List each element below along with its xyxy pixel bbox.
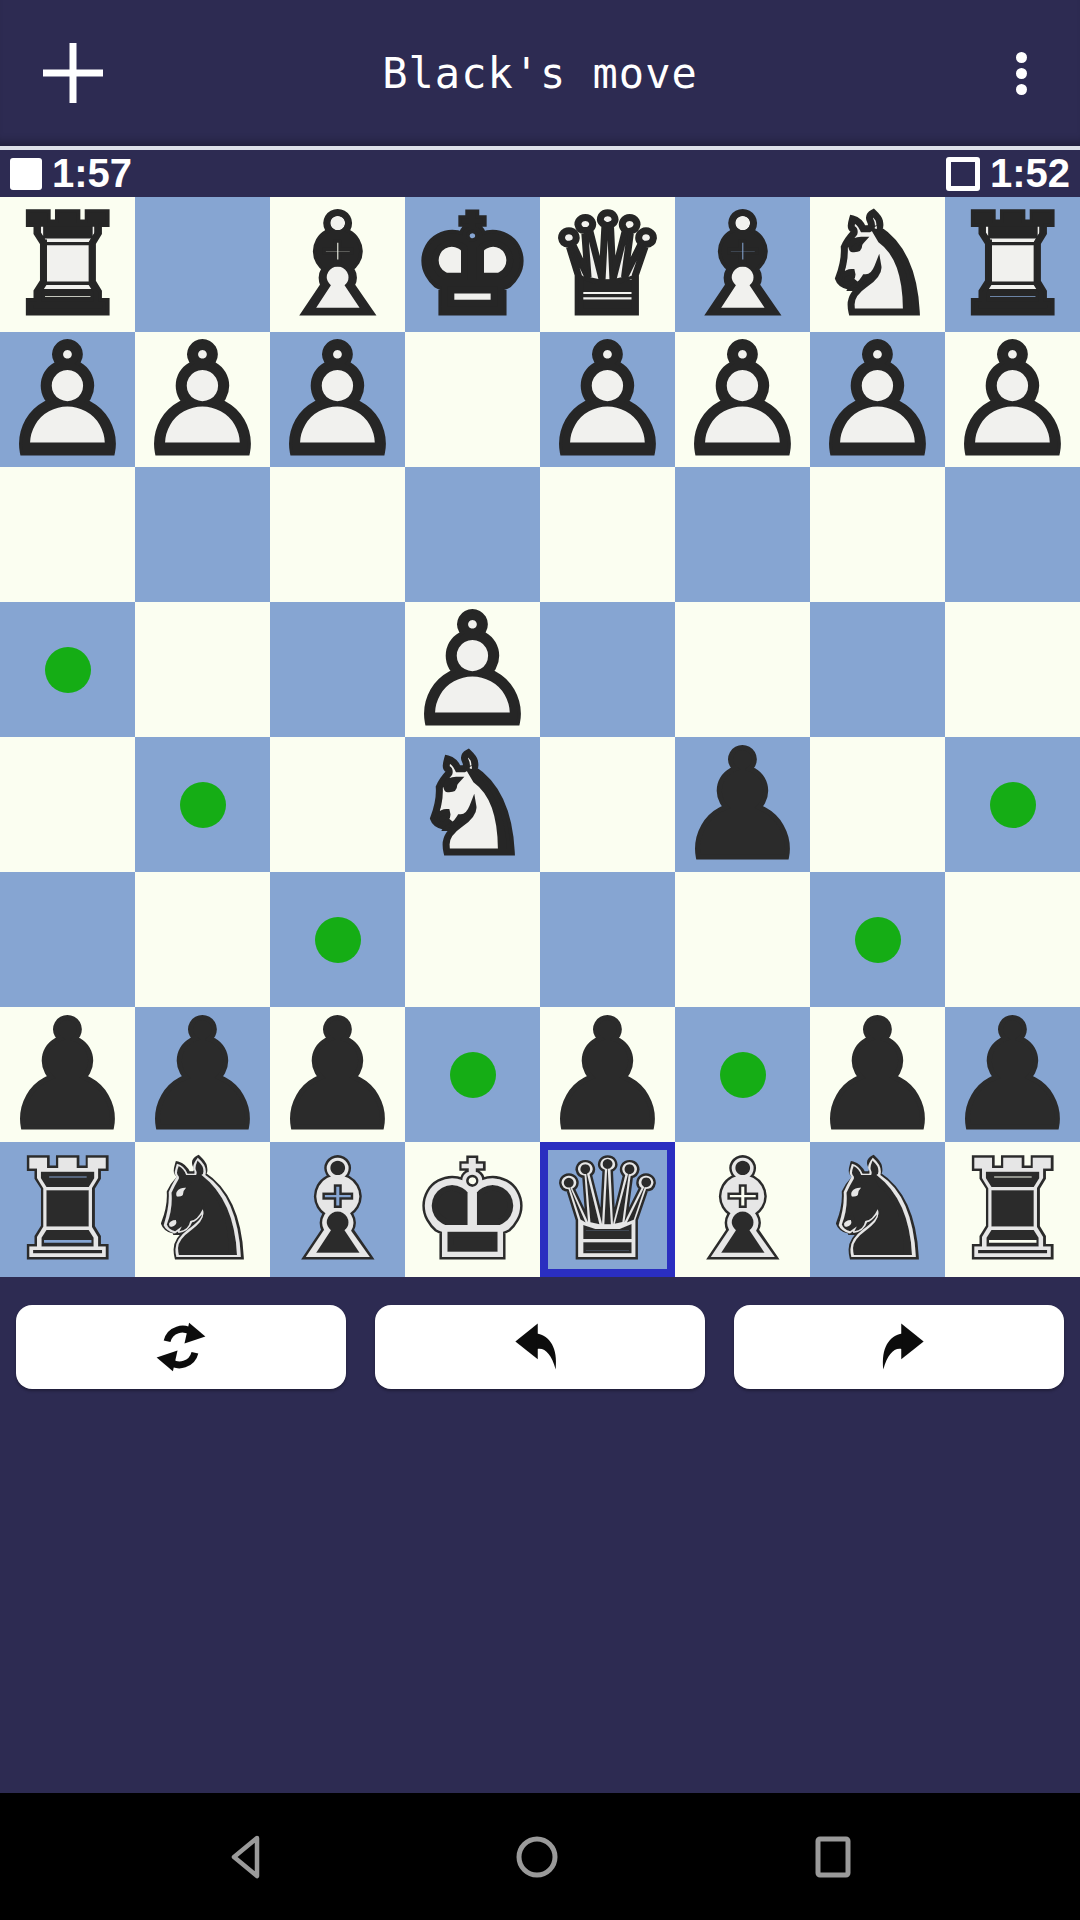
white-pawn-icon: ♟ <box>270 332 405 467</box>
back-triangle-icon <box>227 1834 261 1880</box>
white-pawn-icon: ♟ <box>405 602 540 737</box>
home-circle-icon <box>514 1834 560 1880</box>
square-a8[interactable]: ♜♖ <box>945 1142 1080 1277</box>
black-king-icon: ♚ <box>405 1142 540 1277</box>
square-g1[interactable] <box>135 197 270 332</box>
black-pawn-icon: ♟ <box>945 1007 1080 1142</box>
black-bishop-icon: ♝ <box>675 1142 810 1277</box>
white-bishop-icon: ♝ <box>675 197 810 332</box>
square-h6[interactable] <box>0 872 135 1007</box>
piece-detail: ♘ <box>405 737 540 872</box>
chess-board[interactable]: ♜♖♝♗♚♔♛♕♝♗♞♘♜♖♟♙♟♙♟♙♟♙♟♙♟♙♟♙♟♙♞♘♟♟♟♟♟♟♟♜… <box>0 197 1080 1277</box>
square-d2[interactable]: ♟♙ <box>540 332 675 467</box>
android-nav-bar <box>0 1793 1080 1920</box>
square-g4[interactable] <box>135 602 270 737</box>
square-c3[interactable] <box>675 467 810 602</box>
square-c6[interactable] <box>675 872 810 1007</box>
piece-detail: ♔ <box>405 1142 540 1277</box>
black-knight-icon: ♞ <box>810 1142 945 1277</box>
square-g6[interactable] <box>135 872 270 1007</box>
square-c7[interactable] <box>675 1007 810 1142</box>
piece-detail: ♙ <box>945 332 1080 467</box>
piece-detail: ♖ <box>945 1142 1080 1277</box>
redo-arrow-icon <box>871 1319 927 1375</box>
sync-arrows-icon <box>152 1318 210 1376</box>
piece-detail: ♗ <box>675 197 810 332</box>
square-a4[interactable] <box>945 602 1080 737</box>
square-d4[interactable] <box>540 602 675 737</box>
piece-detail: ♘ <box>810 1142 945 1277</box>
black-queen-icon: ♛ <box>540 1142 675 1277</box>
square-d3[interactable] <box>540 467 675 602</box>
square-e5[interactable]: ♞♘ <box>405 737 540 872</box>
square-d5[interactable] <box>540 737 675 872</box>
white-clock-time: 1:52 <box>990 151 1070 196</box>
square-b3[interactable] <box>810 467 945 602</box>
square-d8[interactable]: ♛♕ <box>540 1142 675 1277</box>
square-d6[interactable] <box>540 872 675 1007</box>
black-pawn-icon: ♟ <box>0 1007 135 1142</box>
piece-detail: ♙ <box>270 332 405 467</box>
move-hint-dot <box>450 1052 496 1098</box>
white-king-icon: ♚ <box>405 197 540 332</box>
flip-board-button[interactable] <box>16 1305 346 1389</box>
move-hint-dot <box>180 782 226 828</box>
square-e1[interactable]: ♚♔ <box>405 197 540 332</box>
square-a1[interactable]: ♜♖ <box>945 197 1080 332</box>
square-e4[interactable]: ♟♙ <box>405 602 540 737</box>
square-b2[interactable]: ♟♙ <box>810 332 945 467</box>
move-hint-dot <box>855 917 901 963</box>
white-pawn-icon: ♟ <box>135 332 270 467</box>
black-bishop-icon: ♝ <box>270 1142 405 1277</box>
square-f8[interactable]: ♝♗ <box>270 1142 405 1277</box>
square-e8[interactable]: ♚♔ <box>405 1142 540 1277</box>
piece-detail: ♕ <box>540 197 675 332</box>
square-h3[interactable] <box>0 467 135 602</box>
piece-detail: ♙ <box>675 332 810 467</box>
piece-detail: ♘ <box>135 1142 270 1277</box>
square-g3[interactable] <box>135 467 270 602</box>
square-f2[interactable]: ♟♙ <box>270 332 405 467</box>
home-button[interactable] <box>514 1834 560 1880</box>
back-button[interactable] <box>227 1834 261 1880</box>
black-knight-icon: ♞ <box>135 1142 270 1277</box>
black-clock-time: 1:57 <box>52 151 132 196</box>
square-b5[interactable] <box>810 737 945 872</box>
black-pawn-icon: ♟ <box>810 1007 945 1142</box>
square-c8[interactable]: ♝♗ <box>675 1142 810 1277</box>
square-g2[interactable]: ♟♙ <box>135 332 270 467</box>
app-bar: Black's move <box>0 0 1080 146</box>
move-hint-dot <box>45 647 91 693</box>
white-pawn-icon: ♟ <box>675 332 810 467</box>
square-h7[interactable]: ♟ <box>0 1007 135 1142</box>
square-b4[interactable] <box>810 602 945 737</box>
square-d1[interactable]: ♛♕ <box>540 197 675 332</box>
piece-detail: ♗ <box>270 1142 405 1277</box>
black-pawn-icon: ♟ <box>270 1007 405 1142</box>
square-b1[interactable]: ♞♘ <box>810 197 945 332</box>
white-rook-icon: ♜ <box>0 197 135 332</box>
piece-detail: ♕ <box>540 1142 675 1277</box>
square-d7[interactable]: ♟ <box>540 1007 675 1142</box>
filled-square-icon <box>10 158 42 190</box>
black-pawn-icon: ♟ <box>135 1007 270 1142</box>
move-hint-dot <box>990 782 1036 828</box>
piece-detail: ♖ <box>0 1142 135 1277</box>
piece-detail: ♖ <box>945 197 1080 332</box>
black-pawn-icon: ♟ <box>540 1007 675 1142</box>
square-a3[interactable] <box>945 467 1080 602</box>
recents-square-icon <box>813 1834 853 1880</box>
white-pawn-icon: ♟ <box>540 332 675 467</box>
move-hint-dot <box>315 917 361 963</box>
black-clock: 1:57 <box>10 151 132 196</box>
move-hint-dot <box>720 1052 766 1098</box>
square-e2[interactable] <box>405 332 540 467</box>
white-clock: 1:52 <box>946 151 1070 196</box>
background-area <box>0 1389 1080 1793</box>
white-knight-icon: ♞ <box>405 737 540 872</box>
page-title: Black's move <box>0 49 1080 98</box>
white-knight-icon: ♞ <box>810 197 945 332</box>
square-h4[interactable] <box>0 602 135 737</box>
recents-button[interactable] <box>813 1834 853 1880</box>
clock-bar: 1:57 1:52 <box>0 150 1080 197</box>
square-c4[interactable] <box>675 602 810 737</box>
piece-detail: ♔ <box>405 197 540 332</box>
piece-detail: ♖ <box>0 197 135 332</box>
piece-detail: ♗ <box>270 197 405 332</box>
piece-detail: ♙ <box>0 332 135 467</box>
square-f3[interactable] <box>270 467 405 602</box>
square-h1[interactable]: ♜♖ <box>0 197 135 332</box>
square-e7[interactable] <box>405 1007 540 1142</box>
square-g8[interactable]: ♞♘ <box>135 1142 270 1277</box>
square-a6[interactable] <box>945 872 1080 1007</box>
square-b6[interactable] <box>810 872 945 1007</box>
white-queen-icon: ♛ <box>540 197 675 332</box>
redo-button[interactable] <box>734 1305 1064 1389</box>
white-pawn-icon: ♟ <box>810 332 945 467</box>
square-b8[interactable]: ♞♘ <box>810 1142 945 1277</box>
square-a7[interactable]: ♟ <box>945 1007 1080 1142</box>
square-h2[interactable]: ♟♙ <box>0 332 135 467</box>
square-a5[interactable] <box>945 737 1080 872</box>
piece-detail: ♙ <box>135 332 270 467</box>
square-f1[interactable]: ♝♗ <box>270 197 405 332</box>
piece-detail: ♙ <box>540 332 675 467</box>
square-h5[interactable] <box>0 737 135 872</box>
square-c1[interactable]: ♝♗ <box>675 197 810 332</box>
piece-detail: ♗ <box>675 1142 810 1277</box>
black-pawn-icon: ♟ <box>675 737 810 872</box>
square-a2[interactable]: ♟♙ <box>945 332 1080 467</box>
undo-button[interactable] <box>375 1305 705 1389</box>
black-rook-icon: ♜ <box>0 1142 135 1277</box>
white-bishop-icon: ♝ <box>270 197 405 332</box>
piece-detail: ♙ <box>405 602 540 737</box>
piece-detail: ♘ <box>810 197 945 332</box>
square-e6[interactable] <box>405 872 540 1007</box>
square-g7[interactable]: ♟ <box>135 1007 270 1142</box>
white-rook-icon: ♜ <box>945 197 1080 332</box>
square-e3[interactable] <box>405 467 540 602</box>
square-g5[interactable] <box>135 737 270 872</box>
white-pawn-icon: ♟ <box>945 332 1080 467</box>
control-bar <box>16 1305 1064 1389</box>
undo-arrow-icon <box>512 1319 568 1375</box>
outline-square-icon <box>946 157 980 191</box>
white-pawn-icon: ♟ <box>0 332 135 467</box>
square-c2[interactable]: ♟♙ <box>675 332 810 467</box>
square-f6[interactable] <box>270 872 405 1007</box>
square-c5[interactable]: ♟ <box>675 737 810 872</box>
piece-detail: ♙ <box>810 332 945 467</box>
square-f4[interactable] <box>270 602 405 737</box>
square-f5[interactable] <box>270 737 405 872</box>
black-rook-icon: ♜ <box>945 1142 1080 1277</box>
square-h8[interactable]: ♜♖ <box>0 1142 135 1277</box>
square-b7[interactable]: ♟ <box>810 1007 945 1142</box>
square-f7[interactable]: ♟ <box>270 1007 405 1142</box>
